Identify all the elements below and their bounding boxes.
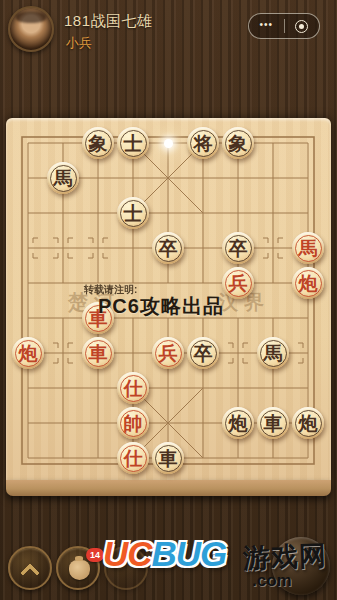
- close-capsule-button[interactable]: [285, 14, 320, 38]
- piece-black[interactable]: 象: [82, 127, 114, 159]
- piece-red[interactable]: 炮: [12, 337, 44, 369]
- chevron-up-icon: [20, 563, 40, 583]
- money-bag-icon: [69, 560, 90, 580]
- piece-red[interactable]: 馬: [292, 232, 324, 264]
- more-dots-icon: •••: [259, 20, 273, 32]
- piece-black[interactable]: 車: [152, 442, 184, 474]
- piece-black[interactable]: 卒: [222, 232, 254, 264]
- piece-black[interactable]: 卒: [152, 232, 184, 264]
- piece-black[interactable]: 卒: [187, 337, 219, 369]
- piece-black[interactable]: 車: [257, 407, 289, 439]
- piece-red[interactable]: 帥: [117, 407, 149, 439]
- logo-bug-text: BUG: [152, 534, 227, 573]
- piece-black[interactable]: 馬: [257, 337, 289, 369]
- watermark-brand: PC6攻略出品: [98, 293, 224, 320]
- piece-red[interactable]: 炮: [292, 267, 324, 299]
- logo-domain-text: .com: [252, 571, 292, 591]
- piece-black[interactable]: 士: [117, 127, 149, 159]
- exit-target-icon: [295, 20, 308, 33]
- notification-badge: 14: [86, 548, 104, 562]
- piece-black[interactable]: 馬: [47, 162, 79, 194]
- piece-red[interactable]: 車: [82, 337, 114, 369]
- site-watermark-logo: UCBUG: [103, 534, 226, 574]
- piece-black[interactable]: 炮: [292, 407, 324, 439]
- player-avatar[interactable]: [8, 6, 54, 52]
- move-highlight-dot: [164, 139, 173, 148]
- level-title: 181战国七雄: [64, 12, 153, 31]
- header: 181战国七雄 小兵 •••: [0, 0, 337, 60]
- piece-black[interactable]: 将: [187, 127, 219, 159]
- player-name: 小兵: [66, 34, 92, 52]
- piece-red[interactable]: 仕: [117, 372, 149, 404]
- piece-black[interactable]: 士: [117, 197, 149, 229]
- piece-red[interactable]: 仕: [117, 442, 149, 474]
- app-screen: 181战国七雄 小兵 •••: [0, 0, 337, 600]
- more-menu-button[interactable]: •••: [249, 14, 284, 38]
- piece-black[interactable]: 象: [222, 127, 254, 159]
- piece-red[interactable]: 兵: [222, 267, 254, 299]
- miniprogram-capsule: •••: [248, 13, 320, 39]
- piece-red[interactable]: 兵: [152, 337, 184, 369]
- piece-black[interactable]: 炮: [222, 407, 254, 439]
- logo-uc-text: UC: [103, 534, 152, 573]
- collapse-button[interactable]: [8, 546, 52, 590]
- board-front-edge: [6, 480, 331, 496]
